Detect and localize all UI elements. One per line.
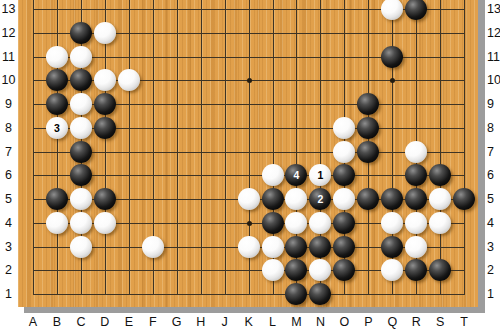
grid-line [57, 0, 58, 295]
grid-line [225, 0, 226, 295]
column-label: C [73, 314, 89, 330]
column-label: S [432, 314, 448, 330]
row-label-right: 1 [487, 286, 500, 302]
star-point [247, 221, 252, 226]
white-stone [70, 117, 92, 139]
white-stone: 3 [46, 117, 68, 139]
white-stone [262, 236, 284, 258]
white-stone [405, 236, 427, 258]
board-shadow-right [478, 0, 485, 313]
white-stone [405, 141, 427, 163]
column-label: P [360, 314, 376, 330]
white-stone [238, 188, 260, 210]
grid-line [33, 152, 465, 153]
black-stone [94, 188, 116, 210]
grid-line [33, 175, 465, 176]
row-label-right: 4 [487, 215, 500, 231]
board-shadow-bottom [24, 307, 485, 313]
row-label-left: 7 [0, 144, 17, 160]
row-label-right: 12 [487, 25, 500, 41]
black-stone [70, 141, 92, 163]
row-label-right: 11 [487, 49, 500, 65]
row-label-right: 13 [487, 1, 500, 17]
row-label-right: 10 [487, 72, 500, 88]
white-stone [46, 212, 68, 234]
column-label: R [408, 314, 424, 330]
white-stone [70, 212, 92, 234]
column-label: B [49, 314, 65, 330]
column-label: H [193, 314, 209, 330]
black-stone [333, 236, 355, 258]
row-label-left: 6 [0, 167, 17, 183]
black-stone [46, 93, 68, 115]
row-label-left: 5 [0, 191, 17, 207]
column-label: K [241, 314, 257, 330]
grid-line [105, 0, 106, 295]
column-label: A [25, 314, 41, 330]
white-stone [46, 46, 68, 68]
white-stone [262, 164, 284, 186]
column-label: T [456, 314, 472, 330]
grid-line [201, 0, 202, 295]
column-label: M [288, 314, 304, 330]
row-label-left: 2 [0, 262, 17, 278]
white-stone [70, 188, 92, 210]
white-stone [70, 46, 92, 68]
white-stone [405, 212, 427, 234]
white-stone [70, 236, 92, 258]
row-label-left: 8 [0, 120, 17, 136]
white-stone [142, 236, 164, 258]
go-diagram: 34121313121211111010998877665544332211AB… [0, 0, 500, 332]
black-stone [357, 141, 379, 163]
row-label-left: 10 [0, 72, 17, 88]
row-label-left: 12 [0, 25, 17, 41]
black-stone [94, 93, 116, 115]
row-label-left: 9 [0, 96, 17, 112]
grid-line [177, 0, 178, 295]
white-stone [94, 22, 116, 44]
row-label-right: 7 [487, 144, 500, 160]
column-label: Q [384, 314, 400, 330]
black-stone [309, 236, 331, 258]
black-stone [262, 188, 284, 210]
white-stone [94, 212, 116, 234]
black-stone [46, 188, 68, 210]
column-label: F [145, 314, 161, 330]
move-number: 2 [317, 194, 323, 205]
row-label-left: 4 [0, 215, 17, 231]
black-stone [285, 236, 307, 258]
black-stone [70, 22, 92, 44]
column-label: N [312, 314, 328, 330]
column-label: D [97, 314, 113, 330]
column-label: L [265, 314, 281, 330]
black-stone [381, 236, 403, 258]
grid-line [33, 0, 34, 295]
white-stone [429, 212, 451, 234]
black-stone [94, 117, 116, 139]
move-number: 3 [54, 123, 60, 134]
column-label: J [217, 314, 233, 330]
white-stone [70, 93, 92, 115]
column-label: O [336, 314, 352, 330]
row-label-right: 5 [487, 191, 500, 207]
row-label-right: 8 [487, 120, 500, 136]
row-label-left: 1 [0, 286, 17, 302]
row-label-right: 2 [487, 262, 500, 278]
white-stone [333, 141, 355, 163]
white-stone [238, 236, 260, 258]
move-number: 4 [294, 170, 300, 181]
row-label-right: 6 [487, 167, 500, 183]
grid-line [33, 294, 465, 295]
move-number: 1 [317, 170, 323, 181]
black-stone [381, 46, 403, 68]
column-label: G [169, 314, 185, 330]
grid-line [464, 0, 465, 295]
row-label-right: 9 [487, 96, 500, 112]
row-label-left: 13 [0, 1, 17, 17]
white-stone [262, 259, 284, 281]
row-label-left: 3 [0, 239, 17, 255]
row-label-left: 11 [0, 49, 17, 65]
column-label: E [121, 314, 137, 330]
grid-line [440, 0, 441, 295]
black-stone [262, 212, 284, 234]
row-label-right: 3 [487, 239, 500, 255]
grid-line [129, 0, 130, 295]
